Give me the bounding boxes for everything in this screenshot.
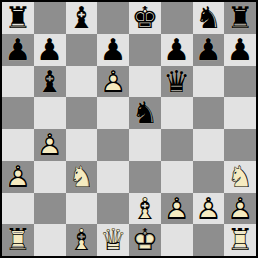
white-king-fill: ♚ [129,224,161,256]
square-g7[interactable]: ♟ [193,34,225,66]
piece-white-pawn: ♙ [34,129,66,161]
square-c8[interactable]: ♝ [66,2,98,34]
square-c5[interactable] [66,97,98,129]
square-b3[interactable] [34,161,66,193]
white-bishop-fill: ♝ [66,224,98,256]
square-a1[interactable]: ♜♖ [2,224,34,256]
square-d1[interactable]: ♛♕ [97,224,129,256]
square-g1[interactable] [193,224,225,256]
square-a2[interactable] [2,193,34,225]
white-pawn-fill: ♟ [224,193,256,225]
square-g2[interactable]: ♟♙ [193,193,225,225]
white-pawn-fill: ♟ [34,129,66,161]
square-e8[interactable]: ♚ [129,2,161,34]
square-g5[interactable] [193,97,225,129]
square-e4[interactable] [129,129,161,161]
square-c2[interactable] [66,193,98,225]
piece-black-knight: ♞ [129,97,161,129]
square-a3[interactable]: ♟♙ [2,161,34,193]
piece-black-pawn: ♟ [34,34,66,66]
square-d4[interactable] [97,129,129,161]
square-f5[interactable] [161,97,193,129]
square-f8[interactable] [161,2,193,34]
piece-white-bishop: ♗ [66,224,98,256]
piece-black-pawn: ♟ [161,34,193,66]
piece-black-knight: ♞ [193,2,225,34]
square-h1[interactable]: ♜♖ [224,224,256,256]
piece-white-rook: ♖ [2,224,34,256]
piece-black-pawn: ♟ [224,34,256,66]
square-d2[interactable] [97,193,129,225]
piece-white-king: ♔ [129,224,161,256]
square-f1[interactable] [161,224,193,256]
piece-white-rook: ♖ [224,224,256,256]
square-e7[interactable] [129,34,161,66]
square-f6[interactable]: ♛ [161,66,193,98]
square-d3[interactable] [97,161,129,193]
square-h8[interactable]: ♜ [224,2,256,34]
square-h6[interactable] [224,66,256,98]
piece-white-knight: ♘ [224,161,256,193]
piece-white-queen: ♕ [97,224,129,256]
square-b4[interactable]: ♟♙ [34,129,66,161]
white-queen-fill: ♛ [97,224,129,256]
piece-white-bishop: ♗ [129,193,161,225]
square-d5[interactable] [97,97,129,129]
piece-white-pawn: ♙ [161,193,193,225]
square-e2[interactable]: ♝♗ [129,193,161,225]
chess-board: ♜♝♚♞♜♟♟♟♟♟♟♝♟♙♛♞♟♙♟♙♞♘♞♘♝♗♟♙♟♙♟♙♜♖♝♗♛♕♚♔… [0,0,258,258]
white-pawn-fill: ♟ [161,193,193,225]
square-g3[interactable] [193,161,225,193]
square-e6[interactable] [129,66,161,98]
piece-black-rook: ♜ [2,2,34,34]
square-a6[interactable] [2,66,34,98]
square-c7[interactable] [66,34,98,66]
square-b8[interactable] [34,2,66,34]
square-g6[interactable] [193,66,225,98]
white-pawn-fill: ♟ [97,66,129,98]
square-f3[interactable] [161,161,193,193]
white-knight-fill: ♞ [224,161,256,193]
piece-black-bishop: ♝ [66,2,98,34]
square-g8[interactable]: ♞ [193,2,225,34]
square-e1[interactable]: ♚♔ [129,224,161,256]
piece-black-pawn: ♟ [2,34,34,66]
square-c4[interactable] [66,129,98,161]
piece-black-pawn: ♟ [97,34,129,66]
square-h5[interactable] [224,97,256,129]
square-a7[interactable]: ♟ [2,34,34,66]
square-b7[interactable]: ♟ [34,34,66,66]
white-pawn-fill: ♟ [193,193,225,225]
piece-black-queen: ♛ [161,66,193,98]
square-d7[interactable]: ♟ [97,34,129,66]
square-h7[interactable]: ♟ [224,34,256,66]
square-b5[interactable] [34,97,66,129]
white-bishop-fill: ♝ [129,193,161,225]
square-f4[interactable] [161,129,193,161]
square-c6[interactable] [66,66,98,98]
piece-white-pawn: ♙ [97,66,129,98]
square-g4[interactable] [193,129,225,161]
piece-black-bishop: ♝ [34,66,66,98]
piece-black-rook: ♜ [224,2,256,34]
piece-white-knight: ♘ [66,161,98,193]
square-b1[interactable] [34,224,66,256]
white-knight-fill: ♞ [66,161,98,193]
piece-black-king: ♚ [129,2,161,34]
square-d8[interactable] [97,2,129,34]
square-b6[interactable]: ♝ [34,66,66,98]
square-e3[interactable] [129,161,161,193]
white-pawn-fill: ♟ [2,161,34,193]
white-rook-fill: ♜ [2,224,34,256]
square-a5[interactable] [2,97,34,129]
square-f2[interactable]: ♟♙ [161,193,193,225]
piece-white-pawn: ♙ [193,193,225,225]
square-a4[interactable] [2,129,34,161]
square-c3[interactable]: ♞♘ [66,161,98,193]
square-c1[interactable]: ♝♗ [66,224,98,256]
piece-white-pawn: ♙ [224,193,256,225]
square-e5[interactable]: ♞ [129,97,161,129]
piece-black-pawn: ♟ [193,34,225,66]
square-b2[interactable] [34,193,66,225]
square-h3[interactable]: ♞♘ [224,161,256,193]
square-f7[interactable]: ♟ [161,34,193,66]
square-h2[interactable]: ♟♙ [224,193,256,225]
white-rook-fill: ♜ [224,224,256,256]
square-h4[interactable] [224,129,256,161]
piece-white-pawn: ♙ [2,161,34,193]
square-a8[interactable]: ♜ [2,2,34,34]
square-d6[interactable]: ♟♙ [97,66,129,98]
